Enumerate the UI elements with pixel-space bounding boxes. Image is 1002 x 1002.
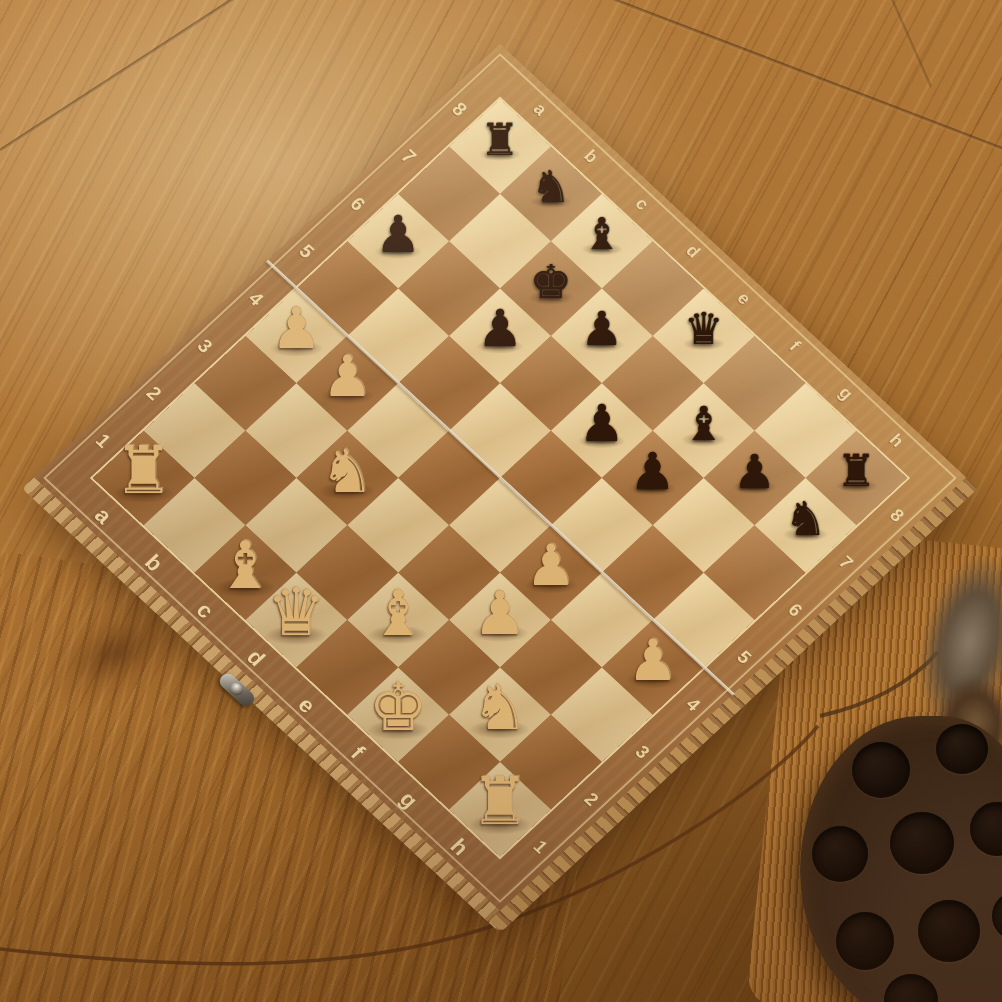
piece-black-pawn-a6[interactable]: ♟ bbox=[375, 209, 421, 260]
lotus-pod-hole bbox=[852, 742, 910, 798]
lotus-pod-hole bbox=[884, 974, 938, 1002]
lotus-pod-hole bbox=[890, 812, 954, 874]
piece-black-rook-a8[interactable]: ♜ bbox=[480, 118, 519, 162]
piece-black-king-c7[interactable]: ♚ bbox=[530, 258, 572, 305]
piece-white-rook-a1[interactable]: ♜ bbox=[114, 438, 173, 504]
piece-white-queen-d1[interactable]: ♛ bbox=[267, 580, 326, 646]
piece-black-pawn-f6[interactable]: ♟ bbox=[630, 445, 676, 496]
piece-black-pawn-g7[interactable]: ♟ bbox=[733, 447, 775, 494]
lotus-pod-hole bbox=[812, 826, 868, 882]
piece-white-bishop-e2[interactable]: ♝ bbox=[370, 582, 426, 645]
lotus-pod-hole bbox=[836, 912, 894, 970]
piece-white-knight-c3[interactable]: ♞ bbox=[320, 441, 374, 501]
piece-white-pawn-b4[interactable]: ♟ bbox=[322, 348, 373, 405]
piece-white-rook-h1[interactable]: ♜ bbox=[470, 769, 529, 835]
piece-black-pawn-c6[interactable]: ♟ bbox=[477, 303, 523, 354]
lotus-pod-hole bbox=[992, 892, 1002, 940]
piece-white-pawn-a4[interactable]: ♟ bbox=[271, 300, 322, 357]
piece-white-pawn-h4[interactable]: ♟ bbox=[627, 632, 678, 689]
photo-scene: abcdefgh abcdefgh 87654321 87654321 ♜♞♝♛… bbox=[0, 0, 1002, 1002]
piece-white-pawn-f4[interactable]: ♟ bbox=[525, 537, 576, 594]
piece-black-rook-h8[interactable]: ♜ bbox=[837, 449, 876, 493]
piece-white-knight-g2[interactable]: ♞ bbox=[472, 676, 528, 739]
piece-black-bishop-c8[interactable]: ♝ bbox=[582, 212, 621, 256]
piece-black-queen-e8[interactable]: ♛ bbox=[684, 307, 723, 351]
piece-black-knight-b8[interactable]: ♞ bbox=[531, 165, 570, 209]
piece-black-pawn-e6[interactable]: ♟ bbox=[579, 398, 625, 449]
piece-white-king-f1[interactable]: ♚ bbox=[369, 675, 428, 741]
piece-black-pawn-d7[interactable]: ♟ bbox=[581, 305, 623, 352]
piece-black-knight-h7[interactable]: ♞ bbox=[784, 495, 826, 542]
lotus-pod-hole bbox=[936, 724, 988, 774]
piece-black-bishop-f7[interactable]: ♝ bbox=[683, 400, 725, 447]
lotus-pod-hole bbox=[918, 900, 980, 962]
lotus-pod-hole bbox=[970, 802, 1002, 856]
piece-white-pawn-f3[interactable]: ♟ bbox=[473, 583, 527, 643]
